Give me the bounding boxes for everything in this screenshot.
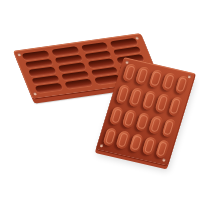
mould-bump (161, 118, 176, 138)
mould-bump (122, 109, 137, 129)
mould-bump (135, 66, 150, 86)
product-photo (0, 0, 200, 200)
mould-bump (155, 93, 170, 113)
corner-hole (17, 53, 21, 56)
mould-bump (161, 72, 176, 92)
mould-bump (155, 139, 170, 159)
corner-hole (135, 36, 139, 39)
mould-cavity (64, 79, 92, 89)
corner-hole (188, 75, 192, 79)
mould-bump (142, 136, 157, 156)
corner-hole (162, 158, 166, 162)
mould-bump (168, 96, 183, 116)
corner-hole (33, 92, 37, 95)
mould-cavity (35, 83, 63, 93)
mould-bump (148, 115, 163, 135)
mould-bump (116, 130, 131, 150)
corner-hole (100, 144, 104, 148)
